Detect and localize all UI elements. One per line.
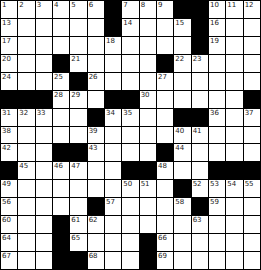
letter-cell[interactable] bbox=[88, 234, 104, 251]
letter-cell[interactable]: 59 bbox=[209, 198, 225, 215]
letter-cell[interactable]: 40 bbox=[174, 127, 190, 144]
letter-cell[interactable] bbox=[122, 127, 138, 144]
letter-cell[interactable] bbox=[18, 19, 34, 36]
letter-cell[interactable]: 45 bbox=[18, 162, 34, 179]
letter-cell[interactable] bbox=[88, 180, 104, 197]
clue-number: 8 bbox=[141, 1, 145, 9]
letter-cell[interactable] bbox=[140, 109, 156, 126]
clue-number: 41 bbox=[193, 127, 202, 135]
letter-cell[interactable] bbox=[226, 91, 242, 108]
letter-cell[interactable]: 39 bbox=[88, 127, 104, 144]
letter-cell[interactable]: 18 bbox=[105, 37, 121, 54]
clue-number: 48 bbox=[158, 162, 167, 170]
letter-cell[interactable] bbox=[36, 19, 52, 36]
letter-cell[interactable]: 19 bbox=[209, 37, 225, 54]
letter-cell[interactable]: 41 bbox=[192, 127, 208, 144]
clue-number: 22 bbox=[175, 55, 184, 63]
clue-number: 29 bbox=[71, 91, 80, 99]
letter-cell[interactable]: 67 bbox=[1, 252, 17, 269]
letter-cell[interactable]: 21 bbox=[70, 55, 86, 72]
block-cell bbox=[70, 73, 86, 90]
letter-cell[interactable]: 35 bbox=[122, 109, 138, 126]
letter-cell[interactable] bbox=[88, 55, 104, 72]
letter-cell[interactable]: 65 bbox=[70, 234, 86, 251]
letter-cell[interactable] bbox=[157, 109, 173, 126]
letter-cell[interactable] bbox=[226, 19, 242, 36]
letter-cell[interactable]: 44 bbox=[174, 144, 190, 161]
letter-cell[interactable] bbox=[36, 37, 52, 54]
letter-cell[interactable]: 55 bbox=[244, 180, 260, 197]
letter-cell[interactable] bbox=[122, 234, 138, 251]
clue-number: 26 bbox=[89, 73, 98, 81]
letter-cell[interactable] bbox=[105, 144, 121, 161]
letter-cell[interactable] bbox=[244, 144, 260, 161]
letter-cell[interactable]: 11 bbox=[226, 1, 242, 18]
letter-cell[interactable] bbox=[122, 198, 138, 215]
clue-number: 12 bbox=[245, 1, 254, 9]
letter-cell[interactable] bbox=[157, 91, 173, 108]
letter-cell[interactable] bbox=[18, 55, 34, 72]
letter-cell[interactable]: 14 bbox=[122, 19, 138, 36]
block-cell bbox=[105, 1, 121, 18]
letter-cell[interactable] bbox=[18, 234, 34, 251]
letter-cell[interactable] bbox=[140, 37, 156, 54]
letter-cell[interactable] bbox=[18, 180, 34, 197]
letter-cell[interactable] bbox=[174, 216, 190, 233]
clue-number: 58 bbox=[175, 198, 184, 206]
letter-cell[interactable] bbox=[140, 127, 156, 144]
letter-cell[interactable] bbox=[53, 180, 69, 197]
letter-cell[interactable]: 62 bbox=[88, 216, 104, 233]
clue-number: 18 bbox=[106, 37, 115, 45]
clue-number: 10 bbox=[210, 1, 219, 9]
letter-cell[interactable] bbox=[140, 216, 156, 233]
letter-cell[interactable] bbox=[192, 234, 208, 251]
letter-cell[interactable] bbox=[244, 198, 260, 215]
clue-number: 28 bbox=[54, 91, 63, 99]
block-cell bbox=[36, 91, 52, 108]
letter-cell[interactable] bbox=[226, 127, 242, 144]
block-cell bbox=[140, 162, 156, 179]
clue-number: 49 bbox=[2, 180, 11, 188]
block-cell bbox=[244, 91, 260, 108]
clue-number: 9 bbox=[158, 1, 162, 9]
clue-number: 40 bbox=[175, 127, 184, 135]
letter-cell[interactable] bbox=[209, 216, 225, 233]
letter-cell[interactable]: 3 bbox=[36, 1, 52, 18]
block-cell bbox=[174, 109, 190, 126]
letter-cell[interactable] bbox=[174, 234, 190, 251]
letter-cell[interactable] bbox=[244, 37, 260, 54]
clue-number: 23 bbox=[193, 55, 202, 63]
letter-cell[interactable] bbox=[105, 55, 121, 72]
clue-number: 7 bbox=[123, 1, 127, 9]
letter-cell[interactable] bbox=[70, 19, 86, 36]
letter-cell[interactable]: 7 bbox=[122, 1, 138, 18]
clue-number: 50 bbox=[123, 180, 132, 188]
letter-cell[interactable] bbox=[209, 234, 225, 251]
letter-cell[interactable] bbox=[105, 180, 121, 197]
letter-cell[interactable] bbox=[105, 252, 121, 269]
letter-cell[interactable] bbox=[226, 198, 242, 215]
letter-cell[interactable]: 42 bbox=[1, 144, 17, 161]
clue-number: 19 bbox=[210, 37, 219, 45]
letter-cell[interactable] bbox=[105, 234, 121, 251]
letter-cell[interactable] bbox=[70, 37, 86, 54]
letter-cell[interactable]: 13 bbox=[1, 19, 17, 36]
letter-cell[interactable] bbox=[140, 55, 156, 72]
letter-cell[interactable] bbox=[244, 73, 260, 90]
letter-cell[interactable] bbox=[244, 55, 260, 72]
letter-cell[interactable] bbox=[140, 144, 156, 161]
letter-cell[interactable] bbox=[157, 127, 173, 144]
letter-cell[interactable]: 32 bbox=[18, 109, 34, 126]
letter-cell[interactable] bbox=[18, 216, 34, 233]
letter-cell[interactable] bbox=[105, 127, 121, 144]
clue-number: 65 bbox=[71, 234, 80, 242]
letter-cell[interactable]: 53 bbox=[209, 180, 225, 197]
clue-number: 17 bbox=[2, 37, 11, 45]
letter-cell[interactable] bbox=[226, 252, 242, 269]
letter-cell[interactable]: 51 bbox=[140, 180, 156, 197]
letter-cell[interactable] bbox=[18, 252, 34, 269]
clue-number: 16 bbox=[210, 19, 219, 27]
letter-cell[interactable] bbox=[174, 37, 190, 54]
letter-cell[interactable] bbox=[226, 144, 242, 161]
clue-number: 30 bbox=[141, 91, 150, 99]
letter-cell[interactable]: 29 bbox=[70, 91, 86, 108]
block-cell bbox=[192, 1, 208, 18]
letter-cell[interactable] bbox=[140, 19, 156, 36]
letter-cell[interactable] bbox=[192, 144, 208, 161]
letter-cell[interactable] bbox=[209, 55, 225, 72]
letter-cell[interactable] bbox=[226, 234, 242, 251]
letter-cell[interactable]: 10 bbox=[209, 1, 225, 18]
letter-cell[interactable] bbox=[192, 162, 208, 179]
letter-cell[interactable] bbox=[36, 252, 52, 269]
block-cell bbox=[53, 55, 69, 72]
letter-cell[interactable]: 46 bbox=[53, 162, 69, 179]
letter-cell[interactable]: 64 bbox=[1, 234, 17, 251]
letter-cell[interactable]: 25 bbox=[53, 73, 69, 90]
letter-cell[interactable] bbox=[88, 162, 104, 179]
letter-cell[interactable] bbox=[36, 73, 52, 90]
clue-number: 54 bbox=[227, 180, 236, 188]
letter-cell[interactable] bbox=[209, 73, 225, 90]
block-cell bbox=[88, 109, 104, 126]
clue-number: 67 bbox=[2, 252, 11, 260]
letter-cell[interactable] bbox=[122, 216, 138, 233]
letter-cell[interactable] bbox=[226, 109, 242, 126]
letter-cell[interactable] bbox=[122, 252, 138, 269]
clue-number: 34 bbox=[106, 109, 115, 117]
letter-cell[interactable]: 48 bbox=[157, 162, 173, 179]
letter-cell[interactable]: 9 bbox=[157, 1, 173, 18]
block-cell bbox=[157, 144, 173, 161]
clue-number: 44 bbox=[175, 144, 184, 152]
letter-cell[interactable]: 56 bbox=[1, 198, 17, 215]
block-cell bbox=[70, 252, 86, 269]
letter-cell[interactable] bbox=[88, 91, 104, 108]
letter-cell[interactable] bbox=[70, 127, 86, 144]
clue-number: 59 bbox=[210, 198, 219, 206]
block-cell bbox=[174, 180, 190, 197]
clue-number: 39 bbox=[89, 127, 98, 135]
clue-number: 6 bbox=[89, 1, 93, 9]
letter-cell[interactable] bbox=[36, 144, 52, 161]
letter-cell[interactable] bbox=[192, 91, 208, 108]
letter-cell[interactable]: 2 bbox=[18, 1, 34, 18]
block-cell bbox=[122, 91, 138, 108]
letter-cell[interactable] bbox=[157, 216, 173, 233]
letter-cell[interactable] bbox=[36, 127, 52, 144]
clue-number: 13 bbox=[2, 19, 11, 27]
clue-number: 46 bbox=[54, 162, 63, 170]
clue-number: 53 bbox=[210, 180, 219, 188]
letter-cell[interactable] bbox=[157, 198, 173, 215]
letter-cell[interactable]: 27 bbox=[157, 73, 173, 90]
letter-cell[interactable] bbox=[18, 198, 34, 215]
clue-number: 68 bbox=[89, 252, 98, 260]
letter-cell[interactable] bbox=[122, 144, 138, 161]
letter-cell[interactable] bbox=[36, 198, 52, 215]
clue-number: 69 bbox=[158, 252, 167, 260]
block-cell bbox=[192, 37, 208, 54]
letter-cell[interactable] bbox=[174, 252, 190, 269]
clue-number: 45 bbox=[19, 162, 28, 170]
letter-cell[interactable] bbox=[157, 37, 173, 54]
letter-cell[interactable] bbox=[226, 216, 242, 233]
clue-number: 33 bbox=[37, 109, 46, 117]
letter-cell[interactable] bbox=[174, 73, 190, 90]
letter-cell[interactable]: 58 bbox=[174, 198, 190, 215]
letter-cell[interactable]: 49 bbox=[1, 180, 17, 197]
letter-cell[interactable] bbox=[174, 91, 190, 108]
letter-cell[interactable] bbox=[157, 180, 173, 197]
block-cell bbox=[174, 1, 190, 18]
letter-cell[interactable] bbox=[192, 252, 208, 269]
letter-cell[interactable] bbox=[140, 198, 156, 215]
letter-cell[interactable]: 69 bbox=[157, 252, 173, 269]
letter-cell[interactable] bbox=[105, 216, 121, 233]
letter-cell[interactable] bbox=[53, 37, 69, 54]
letter-cell[interactable] bbox=[209, 91, 225, 108]
clue-number: 2 bbox=[19, 1, 23, 9]
letter-cell[interactable] bbox=[105, 73, 121, 90]
letter-cell[interactable] bbox=[18, 37, 34, 54]
letter-cell[interactable] bbox=[209, 252, 225, 269]
letter-cell[interactable]: 31 bbox=[1, 109, 17, 126]
letter-cell[interactable]: 66 bbox=[157, 234, 173, 251]
block-cell bbox=[192, 19, 208, 36]
letter-cell[interactable]: 63 bbox=[192, 216, 208, 233]
letter-cell[interactable]: 43 bbox=[88, 144, 104, 161]
clue-number: 66 bbox=[158, 234, 167, 242]
block-cell bbox=[70, 144, 86, 161]
letter-cell[interactable] bbox=[157, 19, 173, 36]
letter-cell[interactable] bbox=[53, 198, 69, 215]
clue-number: 25 bbox=[54, 73, 63, 81]
letter-cell[interactable] bbox=[88, 37, 104, 54]
clue-number: 11 bbox=[227, 1, 236, 9]
clue-number: 27 bbox=[158, 73, 167, 81]
clue-number: 51 bbox=[141, 180, 150, 188]
clue-number: 20 bbox=[2, 55, 11, 63]
clue-number: 43 bbox=[89, 144, 98, 152]
letter-cell[interactable]: 33 bbox=[36, 109, 52, 126]
letter-cell[interactable] bbox=[53, 19, 69, 36]
block-cell bbox=[140, 252, 156, 269]
block-cell bbox=[105, 19, 121, 36]
clue-number: 3 bbox=[37, 1, 41, 9]
clue-number: 63 bbox=[193, 216, 202, 224]
letter-cell[interactable]: 23 bbox=[192, 55, 208, 72]
letter-cell[interactable] bbox=[70, 109, 86, 126]
block-cell bbox=[1, 91, 17, 108]
letter-cell[interactable] bbox=[209, 144, 225, 161]
clue-number: 1 bbox=[2, 1, 6, 9]
letter-cell[interactable]: 17 bbox=[1, 37, 17, 54]
letter-cell[interactable] bbox=[18, 144, 34, 161]
clue-number: 52 bbox=[193, 180, 202, 188]
letter-cell[interactable]: 30 bbox=[140, 91, 156, 108]
letter-cell[interactable]: 60 bbox=[1, 216, 17, 233]
letter-cell[interactable]: 34 bbox=[105, 109, 121, 126]
block-cell bbox=[122, 162, 138, 179]
block-cell bbox=[209, 162, 225, 179]
letter-cell[interactable]: 5 bbox=[70, 1, 86, 18]
letter-cell[interactable] bbox=[140, 73, 156, 90]
letter-cell[interactable] bbox=[226, 73, 242, 90]
letter-cell[interactable] bbox=[18, 127, 34, 144]
letter-cell[interactable] bbox=[244, 252, 260, 269]
letter-cell[interactable]: 12 bbox=[244, 1, 260, 18]
letter-cell[interactable] bbox=[36, 180, 52, 197]
letter-cell[interactable] bbox=[226, 37, 242, 54]
letter-cell[interactable] bbox=[70, 180, 86, 197]
clue-number: 32 bbox=[19, 109, 28, 117]
block-cell bbox=[244, 162, 260, 179]
letter-cell[interactable]: 57 bbox=[105, 198, 121, 215]
clue-number: 62 bbox=[89, 216, 98, 224]
letter-cell[interactable] bbox=[18, 73, 34, 90]
block-cell bbox=[105, 91, 121, 108]
letter-cell[interactable]: 54 bbox=[226, 180, 242, 197]
block-cell bbox=[53, 216, 69, 233]
letter-cell[interactable]: 1 bbox=[1, 1, 17, 18]
letter-cell[interactable]: 37 bbox=[244, 109, 260, 126]
letter-cell[interactable] bbox=[209, 127, 225, 144]
letter-cell[interactable]: 36 bbox=[209, 109, 225, 126]
letter-cell[interactable] bbox=[244, 127, 260, 144]
letter-cell[interactable] bbox=[53, 127, 69, 144]
clue-number: 60 bbox=[2, 216, 11, 224]
clue-number: 36 bbox=[210, 109, 219, 117]
letter-cell[interactable]: 16 bbox=[209, 19, 225, 36]
letter-cell[interactable]: 68 bbox=[88, 252, 104, 269]
block-cell bbox=[18, 91, 34, 108]
letter-cell[interactable] bbox=[36, 216, 52, 233]
block-cell bbox=[192, 109, 208, 126]
letter-cell[interactable] bbox=[192, 73, 208, 90]
clue-number: 21 bbox=[71, 55, 80, 63]
block-cell bbox=[53, 144, 69, 161]
clue-number: 15 bbox=[175, 19, 184, 27]
letter-cell[interactable] bbox=[105, 162, 121, 179]
block-cell bbox=[53, 252, 69, 269]
clue-number: 37 bbox=[245, 109, 254, 117]
block-cell bbox=[192, 198, 208, 215]
clue-number: 4 bbox=[54, 1, 58, 9]
clue-number: 24 bbox=[2, 73, 11, 81]
letter-cell[interactable] bbox=[244, 234, 260, 251]
crossword-grid: 1234567891011121314151617181920212223242… bbox=[0, 0, 261, 270]
letter-cell[interactable]: 28 bbox=[53, 91, 69, 108]
clue-number: 38 bbox=[2, 127, 11, 135]
letter-cell[interactable] bbox=[70, 198, 86, 215]
letter-cell[interactable] bbox=[244, 19, 260, 36]
letter-cell[interactable]: 47 bbox=[70, 162, 86, 179]
clue-number: 61 bbox=[71, 216, 80, 224]
letter-cell[interactable] bbox=[226, 55, 242, 72]
letter-cell[interactable]: 61 bbox=[70, 216, 86, 233]
letter-cell[interactable] bbox=[122, 37, 138, 54]
clue-number: 14 bbox=[123, 19, 132, 27]
block-cell bbox=[157, 55, 173, 72]
letter-cell[interactable]: 26 bbox=[88, 73, 104, 90]
letter-cell[interactable]: 38 bbox=[1, 127, 17, 144]
block-cell bbox=[53, 234, 69, 251]
clue-number: 55 bbox=[245, 180, 254, 188]
clue-number: 5 bbox=[71, 1, 75, 9]
block-cell bbox=[226, 162, 242, 179]
letter-cell[interactable]: 50 bbox=[122, 180, 138, 197]
clue-number: 47 bbox=[71, 162, 80, 170]
letter-cell[interactable]: 4 bbox=[53, 1, 69, 18]
clue-number: 57 bbox=[106, 198, 115, 206]
clue-number: 56 bbox=[2, 198, 11, 206]
letter-cell[interactable] bbox=[174, 162, 190, 179]
clue-number: 42 bbox=[2, 144, 11, 152]
clue-number: 64 bbox=[2, 234, 11, 242]
letter-cell[interactable]: 24 bbox=[1, 73, 17, 90]
letter-cell[interactable]: 8 bbox=[140, 1, 156, 18]
letter-cell[interactable]: 22 bbox=[174, 55, 190, 72]
letter-cell[interactable] bbox=[122, 73, 138, 90]
clue-number: 35 bbox=[123, 109, 132, 117]
letter-cell[interactable]: 52 bbox=[192, 180, 208, 197]
block-cell bbox=[88, 198, 104, 215]
block-cell bbox=[1, 162, 17, 179]
letter-cell[interactable] bbox=[36, 234, 52, 251]
letter-cell[interactable]: 20 bbox=[1, 55, 17, 72]
letter-cell[interactable] bbox=[53, 109, 69, 126]
letter-cell[interactable]: 15 bbox=[174, 19, 190, 36]
letter-cell[interactable] bbox=[88, 19, 104, 36]
letter-cell[interactable]: 6 bbox=[88, 1, 104, 18]
letter-cell[interactable] bbox=[36, 162, 52, 179]
letter-cell[interactable] bbox=[36, 55, 52, 72]
letter-cell[interactable] bbox=[122, 55, 138, 72]
clue-number: 31 bbox=[2, 109, 11, 117]
block-cell bbox=[140, 234, 156, 251]
letter-cell[interactable] bbox=[244, 216, 260, 233]
